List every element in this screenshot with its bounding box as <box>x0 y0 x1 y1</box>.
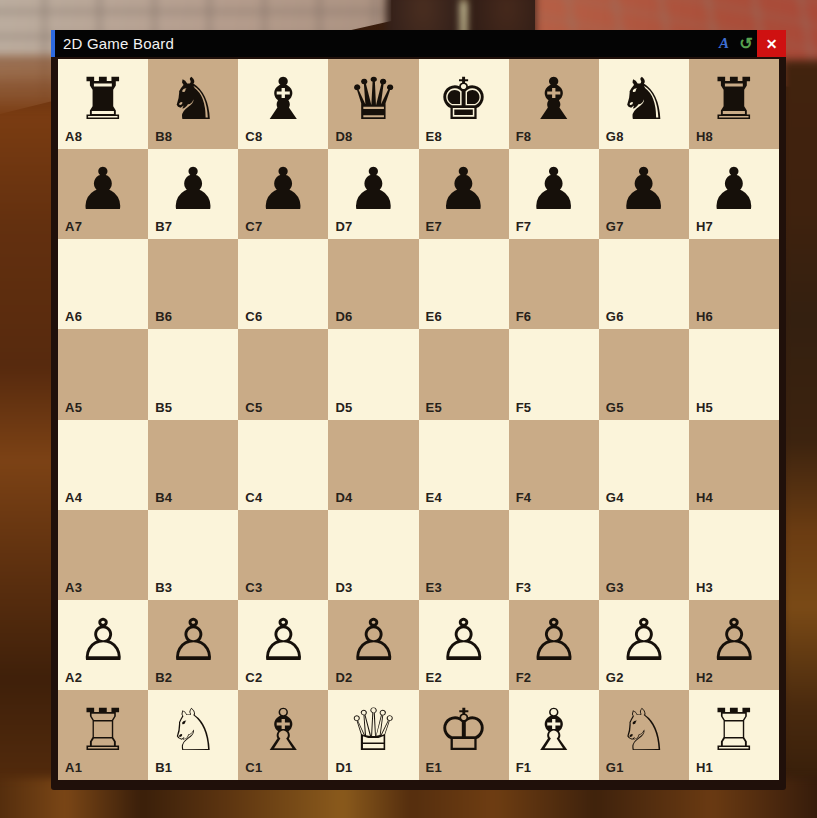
square-label: F5 <box>516 400 532 415</box>
square-label: G1 <box>606 760 624 775</box>
black-rook-piece: ♜ <box>708 70 760 128</box>
square-label: F1 <box>516 760 532 775</box>
square-h7[interactable]: ♟H7 <box>689 149 779 239</box>
square-a3[interactable]: A3 <box>58 510 148 600</box>
white-knight-piece: ♘ <box>618 701 670 759</box>
square-label: A6 <box>65 309 82 324</box>
square-c1[interactable]: ♗C1 <box>238 690 328 780</box>
black-bishop-piece: ♝ <box>257 70 309 128</box>
square-a1[interactable]: ♖A1 <box>58 690 148 780</box>
square-label: B6 <box>155 309 172 324</box>
square-e7[interactable]: ♟E7 <box>419 149 509 239</box>
white-queen-piece: ♕ <box>347 701 399 759</box>
square-label: C3 <box>245 580 262 595</box>
square-c7[interactable]: ♟C7 <box>238 149 328 239</box>
refresh-icon[interactable]: ↺ <box>735 30 757 57</box>
square-d8[interactable]: ♛D8 <box>328 59 418 149</box>
square-label: B5 <box>155 400 172 415</box>
square-e4[interactable]: E4 <box>419 420 509 510</box>
square-a6[interactable]: A6 <box>58 239 148 329</box>
square-label: E5 <box>426 400 443 415</box>
square-c6[interactable]: C6 <box>238 239 328 329</box>
square-label: D5 <box>335 400 352 415</box>
white-pawn-piece: ♙ <box>438 611 490 669</box>
square-label: C1 <box>245 760 262 775</box>
background-rust-right <box>782 60 817 818</box>
white-bishop-piece: ♗ <box>528 701 580 759</box>
square-b1[interactable]: ♘B1 <box>148 690 238 780</box>
square-g8[interactable]: ♞G8 <box>599 59 689 149</box>
square-label: B8 <box>155 129 172 144</box>
square-d3[interactable]: D3 <box>328 510 418 600</box>
square-g2[interactable]: ♙G2 <box>599 600 689 690</box>
square-label: F7 <box>516 219 532 234</box>
window-title: 2D Game Board <box>63 35 174 52</box>
square-label: E2 <box>426 670 443 685</box>
black-knight-piece: ♞ <box>167 70 219 128</box>
square-f2[interactable]: ♙F2 <box>509 600 599 690</box>
square-label: F6 <box>516 309 532 324</box>
black-pawn-piece: ♟ <box>618 160 670 218</box>
square-label: B2 <box>155 670 172 685</box>
square-g7[interactable]: ♟G7 <box>599 149 689 239</box>
white-rook-piece: ♖ <box>77 701 129 759</box>
square-label: D6 <box>335 309 352 324</box>
board-frame: ♜A8♞B8♝C8♛D8♚E8♝F8♞G8♜H8♟A7♟B7♟C7♟D7♟E7♟… <box>51 57 786 790</box>
square-c3[interactable]: C3 <box>238 510 328 600</box>
white-pawn-piece: ♙ <box>257 611 309 669</box>
square-label: H5 <box>696 400 713 415</box>
square-label: F2 <box>516 670 532 685</box>
square-label: A2 <box>65 670 82 685</box>
titlebar-accent-stripe <box>51 30 55 57</box>
square-f3[interactable]: F3 <box>509 510 599 600</box>
square-a4[interactable]: A4 <box>58 420 148 510</box>
square-b4[interactable]: B4 <box>148 420 238 510</box>
black-pawn-piece: ♟ <box>438 160 490 218</box>
square-d5[interactable]: D5 <box>328 329 418 419</box>
titlebar-buttons: A ↺ ✕ <box>713 30 786 57</box>
square-label: G8 <box>606 129 624 144</box>
square-label: D7 <box>335 219 352 234</box>
square-c4[interactable]: C4 <box>238 420 328 510</box>
square-g1[interactable]: ♘G1 <box>599 690 689 780</box>
square-label: E6 <box>426 309 443 324</box>
square-label: C2 <box>245 670 262 685</box>
square-f6[interactable]: F6 <box>509 239 599 329</box>
white-rook-piece: ♖ <box>708 701 760 759</box>
square-label: C8 <box>245 129 262 144</box>
square-e3[interactable]: E3 <box>419 510 509 600</box>
square-b5[interactable]: B5 <box>148 329 238 419</box>
square-label: C7 <box>245 219 262 234</box>
square-g4[interactable]: G4 <box>599 420 689 510</box>
square-label: E8 <box>426 129 443 144</box>
square-label: H8 <box>696 129 713 144</box>
white-king-piece: ♔ <box>438 701 490 759</box>
square-label: B1 <box>155 760 172 775</box>
square-label: G7 <box>606 219 624 234</box>
square-c5[interactable]: C5 <box>238 329 328 419</box>
black-pawn-piece: ♟ <box>347 160 399 218</box>
square-label: D3 <box>335 580 352 595</box>
white-bishop-piece: ♗ <box>257 701 309 759</box>
square-label: A1 <box>65 760 82 775</box>
black-bishop-piece: ♝ <box>528 70 580 128</box>
square-label: F3 <box>516 580 532 595</box>
game-board-window: 2D Game Board A ↺ ✕ ♜A8♞B8♝C8♛D8♚E8♝F8♞G… <box>51 30 786 790</box>
square-f4[interactable]: F4 <box>509 420 599 510</box>
square-label: A8 <box>65 129 82 144</box>
square-label: A7 <box>65 219 82 234</box>
white-knight-piece: ♘ <box>167 701 219 759</box>
square-a2[interactable]: ♙A2 <box>58 600 148 690</box>
square-h3[interactable]: H3 <box>689 510 779 600</box>
square-label: A3 <box>65 580 82 595</box>
square-g5[interactable]: G5 <box>599 329 689 419</box>
square-f7[interactable]: ♟F7 <box>509 149 599 239</box>
square-h6[interactable]: H6 <box>689 239 779 329</box>
black-pawn-piece: ♟ <box>708 160 760 218</box>
white-pawn-piece: ♙ <box>708 611 760 669</box>
black-pawn-piece: ♟ <box>77 160 129 218</box>
close-icon[interactable]: ✕ <box>757 30 786 57</box>
square-label: E3 <box>426 580 443 595</box>
square-label: G5 <box>606 400 624 415</box>
square-b6[interactable]: B6 <box>148 239 238 329</box>
square-label: H2 <box>696 670 713 685</box>
white-pawn-piece: ♙ <box>528 611 580 669</box>
square-h5[interactable]: H5 <box>689 329 779 419</box>
square-c2[interactable]: ♙C2 <box>238 600 328 690</box>
square-e6[interactable]: E6 <box>419 239 509 329</box>
square-label: B4 <box>155 490 172 505</box>
square-f1[interactable]: ♗F1 <box>509 690 599 780</box>
square-d7[interactable]: ♟D7 <box>328 149 418 239</box>
square-label: H4 <box>696 490 713 505</box>
square-label: D2 <box>335 670 352 685</box>
square-h1[interactable]: ♖H1 <box>689 690 779 780</box>
square-b8[interactable]: ♞B8 <box>148 59 238 149</box>
square-label: B7 <box>155 219 172 234</box>
black-king-piece: ♚ <box>438 70 490 128</box>
square-h8[interactable]: ♜H8 <box>689 59 779 149</box>
square-label: C6 <box>245 309 262 324</box>
black-pawn-piece: ♟ <box>257 160 309 218</box>
square-label: D4 <box>335 490 352 505</box>
square-f5[interactable]: F5 <box>509 329 599 419</box>
square-e2[interactable]: ♙E2 <box>419 600 509 690</box>
square-d4[interactable]: D4 <box>328 420 418 510</box>
square-label: G2 <box>606 670 624 685</box>
square-a7[interactable]: ♟A7 <box>58 149 148 239</box>
square-label: F4 <box>516 490 532 505</box>
titlebar[interactable]: 2D Game Board A ↺ ✕ <box>51 30 786 57</box>
square-c8[interactable]: ♝C8 <box>238 59 328 149</box>
square-label: H1 <box>696 760 713 775</box>
square-h4[interactable]: H4 <box>689 420 779 510</box>
square-g3[interactable]: G3 <box>599 510 689 600</box>
square-label: H3 <box>696 580 713 595</box>
black-pawn-piece: ♟ <box>528 160 580 218</box>
white-pawn-piece: ♙ <box>347 611 399 669</box>
square-a5[interactable]: A5 <box>58 329 148 419</box>
square-d6[interactable]: D6 <box>328 239 418 329</box>
square-label: A4 <box>65 490 82 505</box>
black-queen-piece: ♛ <box>347 70 399 128</box>
black-knight-piece: ♞ <box>618 70 670 128</box>
square-d1[interactable]: ♕D1 <box>328 690 418 780</box>
square-b3[interactable]: B3 <box>148 510 238 600</box>
square-label: C4 <box>245 490 262 505</box>
black-rook-piece: ♜ <box>77 70 129 128</box>
square-b2[interactable]: ♙B2 <box>148 600 238 690</box>
square-h2[interactable]: ♙H2 <box>689 600 779 690</box>
square-label: E1 <box>426 760 443 775</box>
square-g6[interactable]: G6 <box>599 239 689 329</box>
square-a8[interactable]: ♜A8 <box>58 59 148 149</box>
square-label: D8 <box>335 129 352 144</box>
square-e1[interactable]: ♔E1 <box>419 690 509 780</box>
chess-board: ♜A8♞B8♝C8♛D8♚E8♝F8♞G8♜H8♟A7♟B7♟C7♟D7♟E7♟… <box>58 59 779 780</box>
square-f8[interactable]: ♝F8 <box>509 59 599 149</box>
square-d2[interactable]: ♙D2 <box>328 600 418 690</box>
white-pawn-piece: ♙ <box>167 611 219 669</box>
square-label: E7 <box>426 219 443 234</box>
font-icon[interactable]: A <box>713 30 735 57</box>
square-label: H7 <box>696 219 713 234</box>
square-e5[interactable]: E5 <box>419 329 509 419</box>
square-b7[interactable]: ♟B7 <box>148 149 238 239</box>
square-label: G4 <box>606 490 624 505</box>
square-label: C5 <box>245 400 262 415</box>
square-label: D1 <box>335 760 352 775</box>
square-label: F8 <box>516 129 532 144</box>
square-label: G3 <box>606 580 624 595</box>
white-pawn-piece: ♙ <box>618 611 670 669</box>
square-label: A5 <box>65 400 82 415</box>
square-label: E4 <box>426 490 443 505</box>
square-e8[interactable]: ♚E8 <box>419 59 509 149</box>
square-label: H6 <box>696 309 713 324</box>
black-pawn-piece: ♟ <box>167 160 219 218</box>
square-label: G6 <box>606 309 624 324</box>
square-label: B3 <box>155 580 172 595</box>
white-pawn-piece: ♙ <box>77 611 129 669</box>
